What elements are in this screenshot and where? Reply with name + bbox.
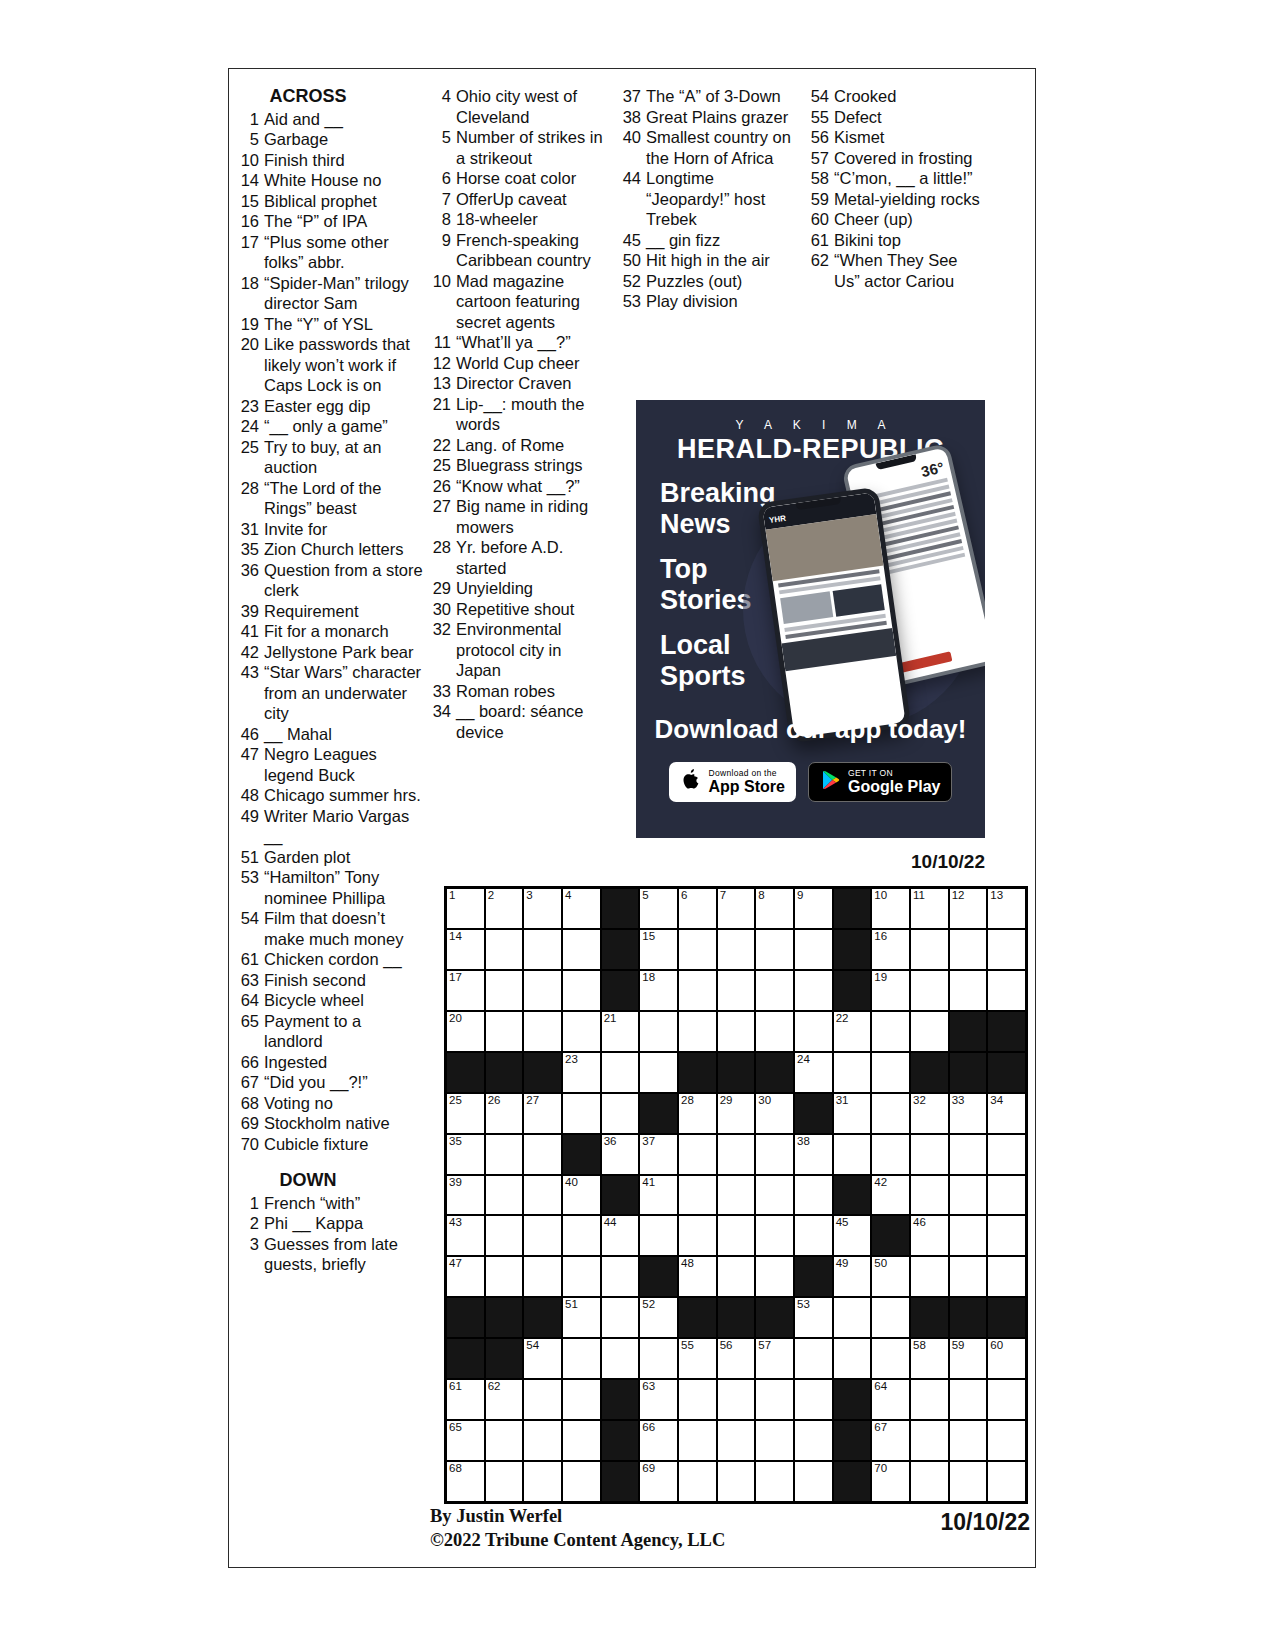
cell-number: 17 — [449, 971, 462, 983]
grid-cell[interactable]: 11 — [910, 888, 949, 929]
grid-cell[interactable] — [755, 1256, 794, 1297]
grid-cell[interactable]: 59 — [949, 1338, 988, 1379]
grid-cell[interactable]: 54 — [523, 1338, 562, 1379]
grid-cell[interactable]: 44 — [601, 1215, 640, 1256]
grid-cell[interactable]: 50 — [871, 1256, 910, 1297]
grid-cell[interactable] — [562, 1461, 601, 1502]
grid-cell[interactable] — [910, 970, 949, 1011]
cell-number: 42 — [874, 1176, 887, 1188]
grid-cell[interactable] — [987, 1379, 1026, 1420]
clue-text: Great Plains grazer — [646, 107, 798, 128]
grid-cell[interactable] — [485, 1420, 524, 1461]
grid-cell[interactable]: 13 — [987, 888, 1026, 929]
grid-cell[interactable] — [910, 1256, 949, 1297]
grid-cell[interactable] — [833, 1052, 872, 1093]
grid-cell[interactable] — [485, 1461, 524, 1502]
grid-cell[interactable]: 1 — [446, 888, 485, 929]
clue-down-29: 29Unyielding — [424, 578, 610, 599]
grid-cell[interactable] — [987, 929, 1026, 970]
grid-cell[interactable]: 43 — [446, 1215, 485, 1256]
clue-text: Requirement — [264, 601, 424, 622]
grid-cell[interactable] — [717, 1379, 756, 1420]
clue-text: Bluegrass strings — [456, 455, 610, 476]
clue-down-56: 56Kismet — [802, 127, 986, 148]
clue-number: 5 — [232, 129, 264, 150]
clue-across-41: 41Fit for a monarch — [232, 621, 424, 642]
clue-down-32: 32Environmental protocol city in Japan — [424, 619, 610, 681]
clue-down-4: 4Ohio city west of Cleveland — [424, 86, 610, 127]
grid-cell[interactable] — [601, 1338, 640, 1379]
grid-cell[interactable] — [678, 1134, 717, 1175]
clue-number: 58 — [802, 168, 834, 189]
grid-cell[interactable]: 69 — [639, 1461, 678, 1502]
grid-cell[interactable] — [678, 1379, 717, 1420]
grid-cell[interactable]: 55 — [678, 1338, 717, 1379]
cell-number: 29 — [720, 1094, 733, 1106]
clue-text: Crooked — [834, 86, 986, 107]
grid-cell-black — [833, 1420, 872, 1461]
clue-text: “Hamilton” Tony nominee Phillipa — [264, 867, 424, 908]
grid-cell[interactable] — [871, 1338, 910, 1379]
cell-number: 67 — [874, 1421, 887, 1433]
clue-text: Bicycle wheel — [264, 990, 424, 1011]
grid-cell[interactable]: 9 — [794, 888, 833, 929]
grid-cell[interactable] — [910, 1420, 949, 1461]
grid-cell[interactable] — [794, 929, 833, 970]
grid-cell[interactable] — [678, 1175, 717, 1216]
clue-number: 69 — [232, 1113, 264, 1134]
clue-across-1: 1Aid and __ — [232, 109, 424, 130]
grid-cell[interactable]: 21 — [601, 1011, 640, 1052]
grid-cell[interactable] — [987, 1420, 1026, 1461]
grid-cell[interactable] — [562, 929, 601, 970]
grid-cell[interactable]: 34 — [987, 1093, 1026, 1134]
grid-cell[interactable] — [601, 1093, 640, 1134]
grid-cell[interactable] — [678, 929, 717, 970]
grid-cell[interactable]: 3 — [523, 888, 562, 929]
clue-text: Smallest country on the Horn of Africa — [646, 127, 798, 168]
grid-cell[interactable] — [678, 1011, 717, 1052]
clue-number: 52 — [614, 271, 646, 292]
clue-number: 48 — [232, 785, 264, 806]
grid-cell-black — [601, 1420, 640, 1461]
grid-cell[interactable]: 47 — [446, 1256, 485, 1297]
clue-number: 54 — [232, 908, 264, 949]
grid-cell[interactable] — [871, 1134, 910, 1175]
clue-text: Aid and __ — [264, 109, 424, 130]
grid-cell[interactable] — [485, 929, 524, 970]
grid-cell[interactable] — [987, 1175, 1026, 1216]
cell-number: 41 — [642, 1176, 655, 1188]
grid-cell[interactable] — [485, 1215, 524, 1256]
grid-cell[interactable] — [949, 1134, 988, 1175]
grid-cell[interactable]: 53 — [794, 1297, 833, 1338]
store-badges: Download on the App Store GET IT ON Goog… — [636, 762, 985, 802]
grid-cell[interactable] — [910, 1175, 949, 1216]
grid-cell[interactable]: 33 — [949, 1093, 988, 1134]
grid-cell-black — [833, 1175, 872, 1216]
cell-number: 65 — [449, 1421, 462, 1433]
down-header: DOWN — [232, 1170, 384, 1191]
grid-cell[interactable] — [794, 1011, 833, 1052]
grid-cell[interactable] — [678, 1215, 717, 1256]
clue-text: Unyielding — [456, 578, 610, 599]
grid-cell[interactable] — [523, 1461, 562, 1502]
grid-cell[interactable] — [910, 1011, 949, 1052]
grid-cell[interactable] — [717, 1011, 756, 1052]
grid-cell[interactable] — [523, 1134, 562, 1175]
clue-number: 1 — [232, 109, 264, 130]
ad-cta: Download our app today! — [636, 714, 985, 745]
clue-down-40: 40Smallest country on the Horn of Africa — [614, 127, 798, 168]
clue-number: 13 — [424, 373, 456, 394]
clue-number: 50 — [614, 250, 646, 271]
grid-cell-black — [639, 1093, 678, 1134]
grid-cell[interactable] — [678, 1461, 717, 1502]
grid-cell[interactable] — [485, 970, 524, 1011]
grid-cell[interactable]: 22 — [833, 1011, 872, 1052]
cell-number: 15 — [642, 930, 655, 942]
grid-cell[interactable]: 20 — [446, 1011, 485, 1052]
clue-number: 2 — [232, 1213, 264, 1234]
grid-cell[interactable] — [562, 1379, 601, 1420]
grid-cell[interactable]: 51 — [562, 1297, 601, 1338]
grid-cell[interactable]: 26 — [485, 1093, 524, 1134]
grid-cell[interactable] — [562, 1011, 601, 1052]
grid-cell[interactable] — [755, 1379, 794, 1420]
clue-down-8: 818-wheeler — [424, 209, 610, 230]
clue-across-54: 54Film that doesn’t make much money — [232, 908, 424, 949]
grid-cell[interactable]: 36 — [601, 1134, 640, 1175]
clue-down-50: 50Hit high in the air — [614, 250, 798, 271]
grid-cell[interactable]: 5 — [639, 888, 678, 929]
grid-cell[interactable] — [794, 1215, 833, 1256]
grid-cell[interactable]: 60 — [987, 1338, 1026, 1379]
clue-number: 37 — [614, 86, 646, 107]
grid-cell[interactable]: 40 — [562, 1175, 601, 1216]
grid-cell[interactable] — [949, 1461, 988, 1502]
grid-cell[interactable] — [562, 1420, 601, 1461]
cell-number: 11 — [913, 889, 925, 901]
grid-cell[interactable] — [523, 1011, 562, 1052]
grid-cell[interactable]: 45 — [833, 1215, 872, 1256]
grid-cell[interactable]: 67 — [871, 1420, 910, 1461]
grid-cell[interactable]: 18 — [639, 970, 678, 1011]
grid-cell-black — [523, 1052, 562, 1093]
grid-cell[interactable]: 56 — [717, 1338, 756, 1379]
app-store-badge[interactable]: Download on the App Store — [669, 762, 796, 802]
clue-across-68: 68Voting no — [232, 1093, 424, 1114]
grid-cell[interactable] — [755, 1175, 794, 1216]
grid-cell[interactable] — [639, 1052, 678, 1093]
grid-cell[interactable] — [987, 1461, 1026, 1502]
grid-cell[interactable]: 16 — [871, 929, 910, 970]
cell-number: 63 — [642, 1380, 655, 1392]
clue-number: 64 — [232, 990, 264, 1011]
clue-down-38: 38Great Plains grazer — [614, 107, 798, 128]
clue-text: “What’ll ya __?” — [456, 332, 610, 353]
grid-cell[interactable]: 31 — [833, 1093, 872, 1134]
grid-cell[interactable] — [523, 970, 562, 1011]
clue-down-53: 53Play division — [614, 291, 798, 312]
clue-down-33: 33Roman robes — [424, 681, 610, 702]
grid-cell[interactable]: 68 — [446, 1461, 485, 1502]
grid-cell[interactable]: 10 — [871, 888, 910, 929]
grid-cell[interactable] — [717, 970, 756, 1011]
grid-cell[interactable] — [949, 1379, 988, 1420]
grid-cell[interactable]: 7 — [717, 888, 756, 929]
grid-cell-black — [910, 1297, 949, 1338]
grid-cell[interactable]: 8 — [755, 888, 794, 929]
grid-cell[interactable] — [794, 1379, 833, 1420]
grid-cell[interactable] — [485, 1256, 524, 1297]
clue-number: 12 — [424, 353, 456, 374]
grid-cell[interactable] — [949, 1175, 988, 1216]
grid-cell[interactable] — [717, 1461, 756, 1502]
grid-cell[interactable]: 57 — [755, 1338, 794, 1379]
clue-number: 35 — [232, 539, 264, 560]
clue-text: Defect — [834, 107, 986, 128]
grid-cell-black — [601, 1461, 640, 1502]
grid-cell[interactable] — [717, 1420, 756, 1461]
across-header: ACROSS — [232, 86, 384, 107]
grid-cell[interactable] — [523, 1175, 562, 1216]
grid-cell[interactable] — [794, 1338, 833, 1379]
clue-number: 1 — [232, 1193, 264, 1214]
grid-cell[interactable] — [794, 970, 833, 1011]
clue-text: Finish second — [264, 970, 424, 991]
grid-cell[interactable] — [601, 1256, 640, 1297]
clue-text: Covered in frosting — [834, 148, 986, 169]
grid-cell[interactable]: 17 — [446, 970, 485, 1011]
grid-cell-black — [949, 1297, 988, 1338]
grid-cell[interactable]: 66 — [639, 1420, 678, 1461]
clue-number: 61 — [802, 230, 834, 251]
grid-cell[interactable]: 32 — [910, 1093, 949, 1134]
clue-across-28: 28“The Lord of the Rings” beast — [232, 478, 424, 519]
clue-number: 49 — [232, 806, 264, 847]
clue-column-2: 4Ohio city west of Cleveland5Number of s… — [424, 86, 610, 742]
clue-across-39: 39Requirement — [232, 601, 424, 622]
grid-cell[interactable] — [717, 1175, 756, 1216]
apple-icon — [680, 768, 701, 796]
grid-cell[interactable]: 39 — [446, 1175, 485, 1216]
grid-cell-black — [601, 970, 640, 1011]
grid-cell[interactable]: 28 — [678, 1093, 717, 1134]
grid-cell[interactable] — [833, 1338, 872, 1379]
clue-text: __ board: séance device — [456, 701, 610, 742]
clue-across-31: 31Invite for — [232, 519, 424, 540]
grid-cell[interactable]: 70 — [871, 1461, 910, 1502]
grid-cell[interactable] — [949, 1256, 988, 1297]
grid-cell[interactable] — [910, 1379, 949, 1420]
cell-number: 44 — [604, 1216, 617, 1228]
grid-cell[interactable] — [601, 1052, 640, 1093]
cell-number: 52 — [642, 1298, 655, 1310]
grid-cell[interactable] — [949, 1215, 988, 1256]
clue-number: 19 — [232, 314, 264, 335]
grid-cell[interactable] — [678, 1420, 717, 1461]
grid-cell[interactable]: 46 — [910, 1215, 949, 1256]
grid-cell[interactable] — [987, 1215, 1026, 1256]
grid-cell[interactable] — [833, 1134, 872, 1175]
grid-cell[interactable] — [717, 1134, 756, 1175]
grid-cell[interactable] — [562, 1338, 601, 1379]
grid-cell[interactable] — [601, 1297, 640, 1338]
clue-text: Repetitive shout — [456, 599, 610, 620]
grid-cell[interactable] — [562, 1215, 601, 1256]
grid-cell[interactable]: 48 — [678, 1256, 717, 1297]
grid-cell[interactable] — [910, 929, 949, 970]
grid-cell[interactable] — [562, 970, 601, 1011]
cell-number: 20 — [449, 1012, 462, 1024]
grid-cell[interactable] — [794, 1461, 833, 1502]
grid-cell[interactable] — [485, 1011, 524, 1052]
grid-cell[interactable] — [523, 1379, 562, 1420]
grid-cell[interactable] — [562, 1093, 601, 1134]
grid-cell[interactable] — [871, 1093, 910, 1134]
clue-number: 28 — [424, 537, 456, 578]
grid-cell[interactable] — [987, 1256, 1026, 1297]
grid-cell[interactable] — [717, 1215, 756, 1256]
grid-cell[interactable]: 41 — [639, 1175, 678, 1216]
grid-cell[interactable] — [755, 1420, 794, 1461]
grid-cell[interactable]: 61 — [446, 1379, 485, 1420]
grid-cell[interactable]: 24 — [794, 1052, 833, 1093]
clue-down-59: 59Metal-yielding rocks — [802, 189, 986, 210]
grid-cell[interactable]: 37 — [639, 1134, 678, 1175]
cell-number: 31 — [836, 1094, 849, 1106]
grid-cell[interactable]: 19 — [871, 970, 910, 1011]
grid-cell[interactable]: 29 — [717, 1093, 756, 1134]
grid-cell[interactable] — [987, 970, 1026, 1011]
grid-cell[interactable] — [485, 1134, 524, 1175]
grid-cell-black — [601, 1175, 640, 1216]
clue-text: Big name in riding mowers — [456, 496, 610, 537]
clue-text: Stockholm native — [264, 1113, 424, 1134]
grid-cell-black — [833, 1379, 872, 1420]
clue-number: 42 — [232, 642, 264, 663]
grid-cell[interactable] — [949, 970, 988, 1011]
grid-cell[interactable] — [523, 1256, 562, 1297]
clue-number: 5 — [424, 127, 456, 168]
grid-cell[interactable]: 2 — [485, 888, 524, 929]
cell-number: 36 — [604, 1135, 617, 1147]
grid-cell[interactable]: 23 — [562, 1052, 601, 1093]
grid-cell[interactable] — [639, 1215, 678, 1256]
clue-down-57: 57Covered in frosting — [802, 148, 986, 169]
grid-cell[interactable] — [523, 1420, 562, 1461]
grid-cell[interactable] — [485, 1175, 524, 1216]
grid-cell[interactable]: 12 — [949, 888, 988, 929]
grid-cell[interactable] — [949, 929, 988, 970]
crossword-grid: 1234567891011121314151617181920212223242… — [444, 886, 1028, 1504]
clue-text: “When They See Us” actor Cariou — [834, 250, 986, 291]
grid-cell[interactable] — [562, 1256, 601, 1297]
grid-cell[interactable]: 6 — [678, 888, 717, 929]
grid-cell[interactable]: 64 — [871, 1379, 910, 1420]
clue-down-44: 44Longtime “Jeopardy!” host Trebek — [614, 168, 798, 230]
grid-cell[interactable] — [523, 1215, 562, 1256]
grid-cell[interactable] — [755, 1215, 794, 1256]
grid-cell[interactable] — [987, 1134, 1026, 1175]
grid-cell[interactable] — [755, 929, 794, 970]
grid-cell[interactable] — [717, 929, 756, 970]
clue-number: 34 — [424, 701, 456, 742]
grid-cell[interactable]: 35 — [446, 1134, 485, 1175]
grid-cell[interactable]: 49 — [833, 1256, 872, 1297]
puzzle-date-bottom: 10/10/22 — [860, 1509, 1030, 1536]
clue-number: 68 — [232, 1093, 264, 1114]
grid-cell[interactable]: 63 — [639, 1379, 678, 1420]
clue-across-17: 17“Plus some other folks” abbr. — [232, 232, 424, 273]
grid-cell[interactable] — [949, 1420, 988, 1461]
grid-cell[interactable] — [755, 1134, 794, 1175]
grid-cell-black — [678, 1052, 717, 1093]
clue-down-2: 2Phi __ Kappa — [232, 1213, 424, 1234]
clue-number: 66 — [232, 1052, 264, 1073]
grid-cell[interactable] — [639, 1011, 678, 1052]
grid-cell[interactable]: 30 — [755, 1093, 794, 1134]
clue-across-66: 66Ingested — [232, 1052, 424, 1073]
grid-cell-black — [639, 1256, 678, 1297]
grid-cell[interactable] — [755, 1011, 794, 1052]
clue-number: 39 — [232, 601, 264, 622]
grid-cell[interactable] — [833, 1297, 872, 1338]
grid-cell[interactable]: 52 — [639, 1297, 678, 1338]
grid-cell[interactable] — [871, 1297, 910, 1338]
clue-text: Number of strikes in a strikeout — [456, 127, 610, 168]
grid-cell[interactable] — [871, 1011, 910, 1052]
grid-cell[interactable] — [755, 1461, 794, 1502]
cell-number: 39 — [449, 1176, 462, 1188]
grid-cell[interactable] — [871, 1052, 910, 1093]
grid-cell[interactable]: 38 — [794, 1134, 833, 1175]
grid-cell[interactable] — [794, 1175, 833, 1216]
grid-cell[interactable] — [523, 929, 562, 970]
grid-cell[interactable] — [717, 1256, 756, 1297]
grid-cell-black — [446, 1338, 485, 1379]
grid-cell[interactable]: 27 — [523, 1093, 562, 1134]
grid-cell[interactable] — [678, 970, 717, 1011]
grid-cell[interactable] — [794, 1420, 833, 1461]
grid-cell[interactable]: 58 — [910, 1338, 949, 1379]
grid-cell[interactable] — [910, 1134, 949, 1175]
clue-number: 36 — [232, 560, 264, 601]
grid-cell[interactable]: 4 — [562, 888, 601, 929]
clue-text: Yr. before A.D. started — [456, 537, 610, 578]
grid-cell[interactable]: 65 — [446, 1420, 485, 1461]
grid-cell[interactable]: 15 — [639, 929, 678, 970]
grid-cell[interactable]: 42 — [871, 1175, 910, 1216]
grid-cell[interactable] — [755, 970, 794, 1011]
grid-cell[interactable] — [910, 1461, 949, 1502]
clue-number: 16 — [232, 211, 264, 232]
cell-number: 1 — [449, 889, 455, 901]
herald-republic-ad: Y A K I M A HERALD-REPUBLIC Breaking New… — [636, 400, 985, 838]
clue-text: Cheer (up) — [834, 209, 986, 230]
grid-cell[interactable] — [639, 1338, 678, 1379]
grid-cell-black — [910, 1052, 949, 1093]
grid-cell-black — [446, 1297, 485, 1338]
grid-cell[interactable]: 25 — [446, 1093, 485, 1134]
clue-text: Phi __ Kappa — [264, 1213, 424, 1234]
grid-cell[interactable]: 14 — [446, 929, 485, 970]
google-play-badge[interactable]: GET IT ON Google Play — [808, 762, 952, 802]
grid-cell[interactable]: 62 — [485, 1379, 524, 1420]
clue-text: Writer Mario Vargas __ — [264, 806, 424, 847]
cell-number: 60 — [990, 1339, 1003, 1351]
